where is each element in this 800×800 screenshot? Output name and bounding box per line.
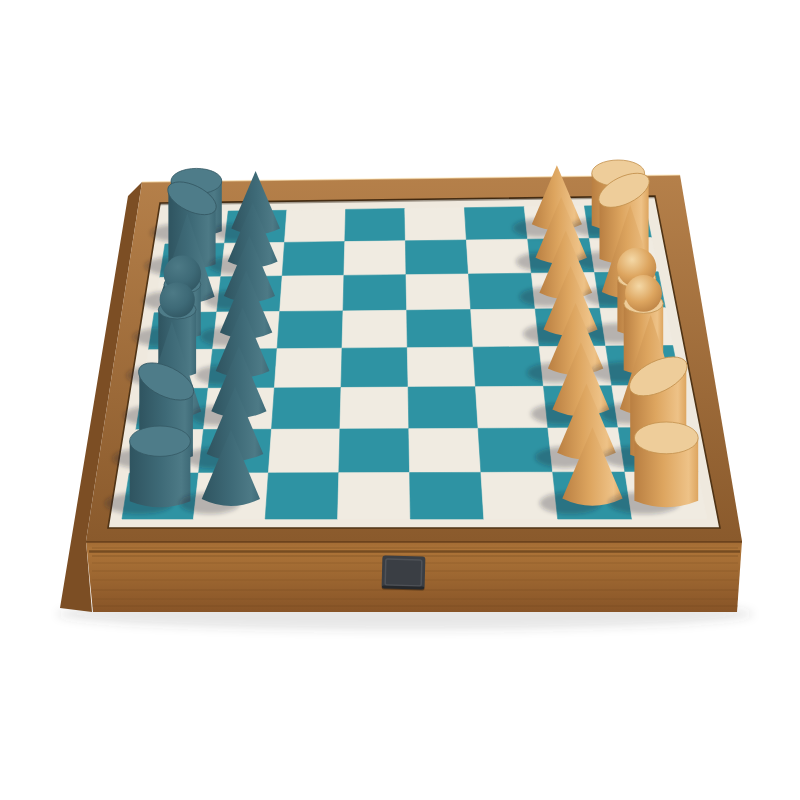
square-b5 [344, 241, 406, 276]
square-c4 [406, 274, 471, 310]
square-e6 [274, 348, 342, 388]
square-e5 [341, 348, 408, 388]
chess-set-scene [0, 0, 800, 800]
square-c6 [280, 275, 344, 311]
square-b6 [282, 242, 345, 277]
square-g3 [478, 428, 553, 472]
square-h3 [481, 472, 558, 519]
latch[interactable] [382, 555, 426, 590]
square-a6 [285, 209, 346, 242]
square-h5 [338, 473, 411, 519]
square-d4 [407, 310, 473, 348]
square-d5 [342, 310, 407, 348]
square-h6 [265, 473, 339, 519]
square-g6 [268, 429, 340, 473]
square-g5 [339, 429, 410, 473]
square-h4 [410, 472, 484, 519]
square-f5 [340, 387, 409, 429]
square-a5 [345, 209, 406, 242]
square-e4 [407, 347, 475, 387]
square-d6 [277, 311, 343, 349]
square-f4 [408, 387, 478, 429]
square-g4 [409, 428, 481, 472]
square-a4 [405, 208, 467, 241]
square-f6 [272, 388, 342, 430]
product-photo [0, 0, 800, 800]
square-b4 [405, 240, 468, 275]
square-f3 [476, 386, 548, 428]
square-c5 [343, 275, 407, 311]
